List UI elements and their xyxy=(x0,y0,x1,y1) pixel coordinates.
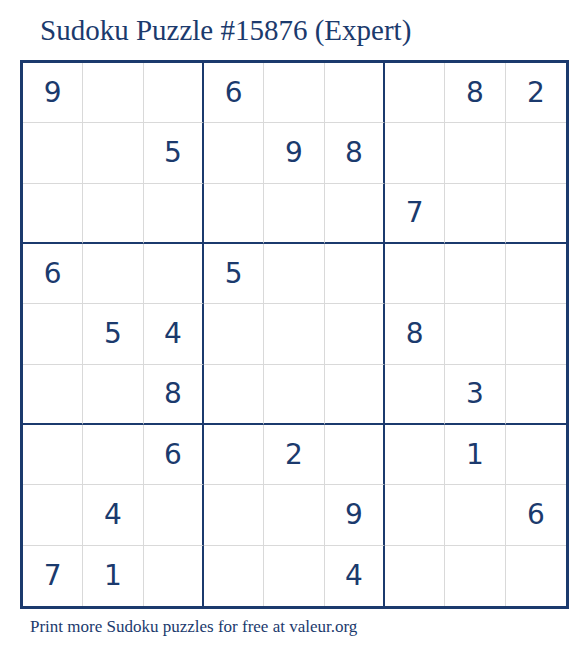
cell-r2c4[interactable] xyxy=(204,123,264,183)
cell-r3c2[interactable] xyxy=(83,184,143,244)
cell-r7c7[interactable] xyxy=(385,425,445,485)
cell-r8c1[interactable] xyxy=(23,485,83,545)
cell-r5c8[interactable] xyxy=(445,304,505,364)
cell-r4c1: 6 xyxy=(23,244,83,304)
cell-r4c4: 5 xyxy=(204,244,264,304)
cell-r8c8[interactable] xyxy=(445,485,505,545)
footer-text: Print more Sudoku puzzles for free at va… xyxy=(30,617,357,637)
cell-r3c6[interactable] xyxy=(325,184,385,244)
cell-r5c1[interactable] xyxy=(23,304,83,364)
cell-r7c9[interactable] xyxy=(506,425,566,485)
cell-r7c6[interactable] xyxy=(325,425,385,485)
cell-r7c8: 1 xyxy=(445,425,505,485)
cell-r4c6[interactable] xyxy=(325,244,385,304)
cell-r3c4[interactable] xyxy=(204,184,264,244)
puzzle-title: Sudoku Puzzle #15876 (Expert) xyxy=(40,14,411,47)
cell-r7c1[interactable] xyxy=(23,425,83,485)
cell-r3c5[interactable] xyxy=(264,184,324,244)
cell-r6c7[interactable] xyxy=(385,365,445,425)
cell-r2c5: 9 xyxy=(264,123,324,183)
cell-r8c3[interactable] xyxy=(144,485,204,545)
cell-r1c8: 8 xyxy=(445,63,505,123)
cell-r8c4[interactable] xyxy=(204,485,264,545)
cell-r5c4[interactable] xyxy=(204,304,264,364)
cell-r7c5: 2 xyxy=(264,425,324,485)
cell-r9c4[interactable] xyxy=(204,546,264,606)
cell-r2c2[interactable] xyxy=(83,123,143,183)
cell-r1c1: 9 xyxy=(23,63,83,123)
cell-r2c3: 5 xyxy=(144,123,204,183)
cell-r4c7[interactable] xyxy=(385,244,445,304)
cell-r5c5[interactable] xyxy=(264,304,324,364)
cell-r8c9: 6 xyxy=(506,485,566,545)
sudoku-grid: 968259876554883621496714 xyxy=(20,60,569,609)
page: Sudoku Puzzle #15876 (Expert) 9682598765… xyxy=(0,0,580,651)
cell-r4c9[interactable] xyxy=(506,244,566,304)
cell-r2c6: 8 xyxy=(325,123,385,183)
cell-r9c9[interactable] xyxy=(506,546,566,606)
cell-r4c5[interactable] xyxy=(264,244,324,304)
cell-r3c9[interactable] xyxy=(506,184,566,244)
cell-r2c1[interactable] xyxy=(23,123,83,183)
cell-r9c6: 4 xyxy=(325,546,385,606)
cell-r1c3[interactable] xyxy=(144,63,204,123)
cell-r6c3: 8 xyxy=(144,365,204,425)
cell-r1c7[interactable] xyxy=(385,63,445,123)
cell-r1c5[interactable] xyxy=(264,63,324,123)
cell-r8c2: 4 xyxy=(83,485,143,545)
cell-r1c6[interactable] xyxy=(325,63,385,123)
cell-r2c9[interactable] xyxy=(506,123,566,183)
cell-r5c2: 5 xyxy=(83,304,143,364)
cell-r8c5[interactable] xyxy=(264,485,324,545)
cell-r7c2[interactable] xyxy=(83,425,143,485)
cell-r6c8: 3 xyxy=(445,365,505,425)
cell-r4c2[interactable] xyxy=(83,244,143,304)
cell-r7c3: 6 xyxy=(144,425,204,485)
cell-r5c7: 8 xyxy=(385,304,445,364)
cell-r7c4[interactable] xyxy=(204,425,264,485)
cell-r3c1[interactable] xyxy=(23,184,83,244)
cell-r9c7[interactable] xyxy=(385,546,445,606)
cell-r5c6[interactable] xyxy=(325,304,385,364)
cell-r9c8[interactable] xyxy=(445,546,505,606)
cell-r6c4[interactable] xyxy=(204,365,264,425)
cell-r3c3[interactable] xyxy=(144,184,204,244)
cell-r8c7[interactable] xyxy=(385,485,445,545)
cell-r6c2[interactable] xyxy=(83,365,143,425)
cell-r9c2: 1 xyxy=(83,546,143,606)
cell-r9c3[interactable] xyxy=(144,546,204,606)
cell-r8c6: 9 xyxy=(325,485,385,545)
cell-r3c8[interactable] xyxy=(445,184,505,244)
cell-r1c9: 2 xyxy=(506,63,566,123)
cell-r4c3[interactable] xyxy=(144,244,204,304)
cell-r6c5[interactable] xyxy=(264,365,324,425)
cell-r4c8[interactable] xyxy=(445,244,505,304)
cell-r5c3: 4 xyxy=(144,304,204,364)
cell-r9c1: 7 xyxy=(23,546,83,606)
cell-r2c8[interactable] xyxy=(445,123,505,183)
cell-r6c1[interactable] xyxy=(23,365,83,425)
cell-r9c5[interactable] xyxy=(264,546,324,606)
cell-r5c9[interactable] xyxy=(506,304,566,364)
cell-r2c7[interactable] xyxy=(385,123,445,183)
cell-r1c2[interactable] xyxy=(83,63,143,123)
cell-r1c4: 6 xyxy=(204,63,264,123)
cell-r3c7: 7 xyxy=(385,184,445,244)
cell-r6c6[interactable] xyxy=(325,365,385,425)
cell-r6c9[interactable] xyxy=(506,365,566,425)
